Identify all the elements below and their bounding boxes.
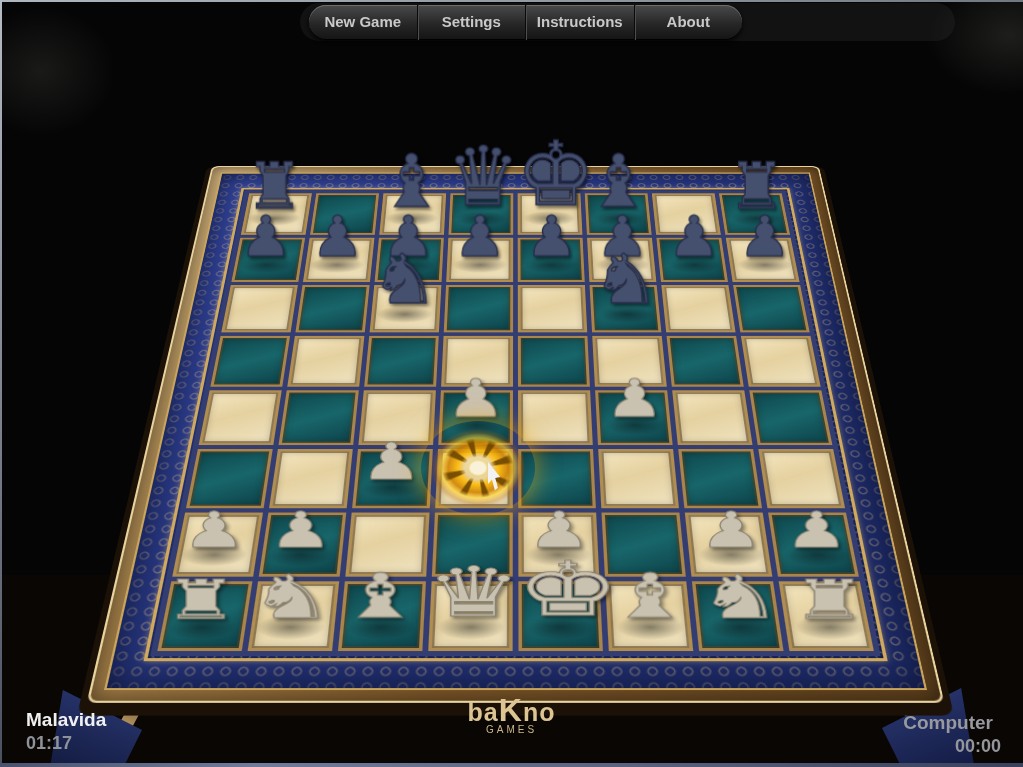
- bakno-logo-brand: baKno: [0, 694, 1023, 726]
- menu-item-about[interactable]: About: [634, 5, 743, 40]
- black-pawn-g7[interactable]: ♟: [658, 208, 729, 264]
- black-pawn-d7[interactable]: ♟: [444, 208, 515, 264]
- white-player-clock: 01:17: [26, 733, 72, 754]
- white-pawn-f4[interactable]: ♟: [594, 372, 673, 424]
- white-rook-a1[interactable]: ♜: [156, 573, 246, 627]
- white-pawn-c3[interactable]: ♟: [350, 436, 433, 487]
- scene: ♜♝♛♚♝♜♟♟♟♟♟♟♟♟♞♞♟♟♟♟♟♟♟♟♜♞♝♛♚♝♞♜: [0, 0, 1023, 767]
- window-border-left: [0, 0, 2, 767]
- white-bishop-f1[interactable]: ♝: [605, 565, 695, 627]
- black-pawn-a7[interactable]: ♟: [230, 208, 301, 264]
- black-knight-f6[interactable]: ♞: [589, 245, 663, 313]
- white-bishop-c1[interactable]: ♝: [335, 565, 425, 627]
- bakno-logo-k: K: [499, 692, 523, 728]
- black-player-clock: 00:00: [955, 736, 1001, 757]
- window-border-bottom: [0, 763, 1023, 767]
- menu-item-new-game[interactable]: New Game: [309, 5, 417, 40]
- white-pawn-a2[interactable]: ♟: [171, 504, 257, 554]
- black-pawn-h7[interactable]: ♟: [729, 208, 800, 264]
- black-pawn-e7[interactable]: ♟: [515, 208, 586, 264]
- bakno-logo: baKno GAMES: [0, 694, 1023, 735]
- black-knight-c6[interactable]: ♞: [367, 245, 441, 313]
- white-pawn-h2[interactable]: ♟: [773, 504, 859, 554]
- bakno-logo-sub: GAMES: [0, 724, 1023, 735]
- white-pawn-d4[interactable]: ♟: [436, 372, 515, 424]
- black-pawn-b7[interactable]: ♟: [301, 208, 372, 264]
- white-rook-h1[interactable]: ♜: [784, 573, 874, 627]
- white-queen-d1[interactable]: ♛: [425, 558, 515, 627]
- white-knight-b1[interactable]: ♞: [246, 567, 336, 627]
- white-knight-g1[interactable]: ♞: [695, 567, 785, 627]
- window-border-top: [0, 0, 1023, 2]
- move-cursor-effect: [421, 421, 535, 515]
- white-pawn-b2[interactable]: ♟: [257, 504, 343, 554]
- menu-item-instructions[interactable]: Instructions: [525, 5, 634, 40]
- white-pawn-g2[interactable]: ♟: [687, 504, 773, 554]
- menu-item-settings[interactable]: Settings: [417, 5, 526, 40]
- game-window: ♜♝♛♚♝♜♟♟♟♟♟♟♟♟♞♞♟♟♟♟♟♟♟♟♜♞♝♛♚♝♞♜ New Gam…: [0, 0, 1023, 767]
- white-king-e1[interactable]: ♚: [515, 552, 605, 627]
- menu-bar: New Game Settings Instructions About: [309, 5, 742, 40]
